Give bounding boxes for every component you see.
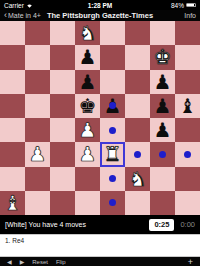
square-a1[interactable]: ♝ — [0, 191, 25, 215]
square-f3[interactable] — [125, 142, 150, 166]
square-h3[interactable] — [175, 142, 200, 166]
move-hint-dot[interactable] — [109, 127, 116, 134]
square-f7[interactable] — [125, 45, 150, 69]
step-forward-button[interactable]: ▶ — [20, 258, 25, 265]
square-a7[interactable] — [0, 45, 25, 69]
carrier-label: Carrier — [4, 2, 24, 9]
turn-message: [White] You have 4 moves — [5, 221, 145, 228]
battery-percent: 84% — [171, 2, 184, 9]
square-e2[interactable] — [100, 167, 125, 191]
square-a5[interactable] — [0, 94, 25, 118]
square-d2[interactable] — [75, 167, 100, 191]
square-g2[interactable] — [150, 167, 175, 191]
white-king[interactable]: ♚ — [150, 45, 175, 69]
square-e6[interactable] — [100, 70, 125, 94]
square-b6[interactable] — [25, 70, 50, 94]
white-pawn[interactable]: ♟ — [75, 118, 100, 142]
square-f5[interactable] — [125, 94, 150, 118]
square-c8[interactable] — [50, 21, 75, 45]
back-chevron-icon: ‹ — [4, 12, 7, 19]
square-d3[interactable]: ♟ — [75, 142, 100, 166]
move-hint-dot[interactable] — [184, 151, 191, 158]
black-pawn[interactable]: ♟ — [150, 94, 175, 118]
black-pawn[interactable]: ♟ — [150, 118, 175, 142]
square-c1[interactable] — [50, 191, 75, 215]
black-bishop[interactable]: ♝ — [175, 94, 200, 118]
black-pawn[interactable]: ♟ — [150, 70, 175, 94]
battery-icon — [186, 3, 196, 8]
square-h2[interactable] — [175, 167, 200, 191]
square-h6[interactable] — [175, 70, 200, 94]
square-d7[interactable]: ♟ — [75, 45, 100, 69]
square-c6[interactable] — [50, 70, 75, 94]
black-king[interactable]: ♚ — [75, 94, 100, 118]
square-b2[interactable] — [25, 167, 50, 191]
square-c7[interactable] — [50, 45, 75, 69]
reset-button[interactable]: Reset — [32, 259, 48, 265]
square-b3[interactable]: ♟ — [25, 142, 50, 166]
square-a8[interactable] — [0, 21, 25, 45]
square-b7[interactable] — [25, 45, 50, 69]
square-a6[interactable] — [0, 70, 25, 94]
square-g3[interactable] — [150, 142, 175, 166]
chess-board: ♞♟♚♟♟♚♟♟♝♟♟♟♟♜♞♝ — [0, 21, 200, 215]
move-hint-dot[interactable] — [109, 175, 116, 182]
square-d8[interactable]: ♞ — [75, 21, 100, 45]
square-h8[interactable] — [175, 21, 200, 45]
square-g5[interactable]: ♟ — [150, 94, 175, 118]
square-b8[interactable] — [25, 21, 50, 45]
black-pawn[interactable]: ♟ — [75, 45, 100, 69]
square-b1[interactable] — [25, 191, 50, 215]
white-bishop[interactable]: ♝ — [0, 191, 25, 215]
white-rook[interactable]: ♜ — [100, 142, 125, 166]
square-h7[interactable] — [175, 45, 200, 69]
move-hint-dot[interactable] — [134, 151, 141, 158]
square-h1[interactable] — [175, 191, 200, 215]
secondary-timer: 0:00 — [180, 220, 195, 229]
square-c5[interactable] — [50, 94, 75, 118]
square-g1[interactable] — [150, 191, 175, 215]
info-button[interactable]: Info — [153, 12, 196, 19]
square-e5[interactable]: ♟ — [100, 94, 125, 118]
square-c3[interactable] — [50, 142, 75, 166]
move-hint-dot[interactable] — [159, 151, 166, 158]
square-b4[interactable] — [25, 118, 50, 142]
square-e7[interactable] — [100, 45, 125, 69]
square-g7[interactable]: ♚ — [150, 45, 175, 69]
step-back-button[interactable]: ◀ — [7, 258, 12, 265]
square-c4[interactable] — [50, 118, 75, 142]
square-f8[interactable] — [125, 21, 150, 45]
square-b5[interactable] — [25, 94, 50, 118]
square-g8[interactable] — [150, 21, 175, 45]
page-title: The Pittsburgh Gazette-Times — [47, 11, 153, 20]
white-pawn[interactable]: ♟ — [75, 142, 100, 166]
square-a3[interactable] — [0, 142, 25, 166]
black-pawn[interactable]: ♟ — [75, 70, 100, 94]
square-g6[interactable]: ♟ — [150, 70, 175, 94]
square-h4[interactable] — [175, 118, 200, 142]
square-a2[interactable] — [0, 167, 25, 191]
back-button-label: Mate in 4+ — [8, 12, 41, 19]
square-g4[interactable]: ♟ — [150, 118, 175, 142]
square-e4[interactable] — [100, 118, 125, 142]
square-d1[interactable] — [75, 191, 100, 215]
white-knight[interactable]: ♞ — [125, 167, 150, 191]
wifi-icon — [26, 3, 33, 8]
square-e3[interactable]: ♜ — [100, 142, 125, 166]
square-e1[interactable] — [100, 191, 125, 215]
bottom-toolbar: ◀ ▶ Reset Flip + — [0, 257, 200, 266]
info-bar: [White] You have 4 moves 0:25 0:00 — [0, 215, 200, 234]
square-a4[interactable] — [0, 118, 25, 142]
back-button[interactable]: ‹ Mate in 4+ — [4, 12, 47, 19]
white-pawn[interactable]: ♟ — [25, 142, 50, 166]
move-hint-dot[interactable] — [109, 199, 116, 206]
square-f2[interactable]: ♞ — [125, 167, 150, 191]
square-h5[interactable]: ♝ — [175, 94, 200, 118]
status-bar: Carrier 1:28 PM 84% — [0, 0, 200, 10]
square-f4[interactable] — [125, 118, 150, 142]
square-f1[interactable] — [125, 191, 150, 215]
square-f6[interactable] — [125, 70, 150, 94]
white-knight[interactable]: ♞ — [75, 21, 100, 45]
add-button[interactable]: + — [188, 259, 193, 265]
nav-bar: ‹ Mate in 4+ The Pittsburgh Gazette-Time… — [0, 10, 200, 21]
active-timer: 0:25 — [149, 219, 174, 231]
square-d5[interactable]: ♚ — [75, 94, 100, 118]
flip-button[interactable]: Flip — [56, 259, 66, 265]
move-list-text: 1. Re4 — [5, 237, 24, 244]
move-list[interactable]: 1. Re4 — [0, 234, 200, 257]
square-d6[interactable]: ♟ — [75, 70, 100, 94]
clock-time: 1:28 PM — [88, 2, 113, 9]
square-d4[interactable]: ♟ — [75, 118, 100, 142]
square-e8[interactable] — [100, 21, 125, 45]
square-c2[interactable] — [50, 167, 75, 191]
